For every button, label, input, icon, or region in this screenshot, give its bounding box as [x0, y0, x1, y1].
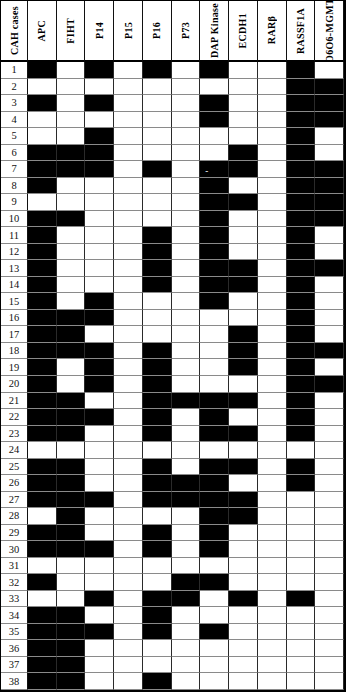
grid-cell-r34-rassf1a: [287, 607, 316, 624]
grid-cell-r15-rar: [258, 293, 287, 310]
row-label-18: 18: [1, 343, 28, 360]
grid-cell-r37-ecdh1: [229, 657, 258, 674]
row-label-7: 7: [1, 161, 28, 178]
grid-cell-r23-p14: [85, 426, 114, 443]
row-label-2: 2: [1, 79, 28, 96]
column-header-label: P14: [94, 22, 105, 39]
grid-cell-r2-p15: [114, 79, 143, 96]
grid-cell-r21-fiht: [57, 393, 86, 410]
row-label-9: 9: [1, 194, 28, 211]
grid-cell-r30-rar: [258, 541, 287, 558]
grid-cell-r28-rassf1a: [287, 508, 316, 525]
grid-cell-r38-p14: [85, 673, 114, 690]
grid-cell-r17-p16: [143, 326, 172, 343]
grid-cell-r32-ecdh1: [229, 574, 258, 591]
grid-cell-r37-dap-kinase: [200, 657, 229, 674]
grid-cell-r19-rar: [258, 359, 287, 376]
grid-cell-r4-o6o6-mgmt: [315, 112, 344, 129]
grid-cell-r6-apc: [28, 145, 57, 162]
grid-cell-r22-dap-kinase: [200, 409, 229, 426]
grid-cell-r28-rar: [258, 508, 287, 525]
grid-cell-r28-dap-kinase: [200, 508, 229, 525]
grid-cell-r28-p16: [143, 508, 172, 525]
row-label-24: 24: [1, 442, 28, 459]
grid-cell-r2-p73: [172, 79, 201, 96]
grid-cell-r36-fiht: [57, 640, 86, 657]
column-header-label: RASSF1A: [295, 8, 306, 54]
grid-cell-r18-p16: [143, 343, 172, 360]
column-header-dap-kinase: DAP Kinase: [200, 1, 229, 62]
grid-cell-r4-fiht: [57, 112, 86, 129]
grid-cell-r29-apc: [28, 525, 57, 542]
grid-cell-r14-fiht: [57, 277, 86, 294]
grid-cell-r10-rassf1a: [287, 211, 316, 228]
grid-cell-r38-p73: [172, 673, 201, 690]
grid-cell-r3-dap-kinase: [200, 95, 229, 112]
row-label-22: 22: [1, 409, 28, 426]
grid-cell-r29-rar: [258, 525, 287, 542]
grid-cell-r9-p15: [114, 194, 143, 211]
grid-cell-r24-rar: [258, 442, 287, 459]
grid-cell-r8-fiht: [57, 178, 86, 195]
row-label-14: 14: [1, 277, 28, 294]
column-header-label: P73: [180, 22, 191, 39]
grid-cell-r33-p15: [114, 591, 143, 608]
grid-cell-r25-dap-kinase: [200, 459, 229, 476]
grid-cell-r21-p16: [143, 393, 172, 410]
grid-cell-r20-rassf1a: [287, 376, 316, 393]
row-label-1: 1: [1, 62, 28, 79]
grid-cell-r10-rar: [258, 211, 287, 228]
grid-cell-r36-p15: [114, 640, 143, 657]
row-label-15: 15: [1, 293, 28, 310]
grid-cell-r25-fiht: [57, 459, 86, 476]
grid-cell-r10-p14: [85, 211, 114, 228]
grid-cell-r35-rar: [258, 624, 287, 641]
grid-cell-r37-fiht: [57, 657, 86, 674]
grid-cell-r3-rassf1a: [287, 95, 316, 112]
grid-cell-r20-dap-kinase: [200, 376, 229, 393]
grid-cell-r12-p16: [143, 244, 172, 261]
grid-cell-r29-rassf1a: [287, 525, 316, 542]
grid-cell-r6-o6o6-mgmt: [315, 145, 344, 162]
row-label-20: 20: [1, 376, 28, 393]
grid-cell-r24-p14: [85, 442, 114, 459]
grid-cell-r17-dap-kinase: [200, 326, 229, 343]
grid-cell-r12-o6o6-mgmt: [315, 244, 344, 261]
grid-cell-r1-apc: [28, 62, 57, 79]
grid-cell-r10-dap-kinase: [200, 211, 229, 228]
grid-cell-r5-p16: [143, 128, 172, 145]
grid-cell-r8-rassf1a: [287, 178, 316, 195]
grid-cell-r36-dap-kinase: [200, 640, 229, 657]
grid-cell-r10-fiht: [57, 211, 86, 228]
grid-cell-r15-p14: [85, 293, 114, 310]
grid-cell-r1-p15: [114, 62, 143, 79]
grid-cell-r16-p15: [114, 310, 143, 327]
grid-cell-r15-apc: [28, 293, 57, 310]
grid-cell-r4-p16: [143, 112, 172, 129]
grid-cell-r2-ecdh1: [229, 79, 258, 96]
grid-cell-r35-p14: [85, 624, 114, 641]
grid-cell-r9-p14: [85, 194, 114, 211]
grid-cell-r28-fiht: [57, 508, 86, 525]
grid-cell-r27-p15: [114, 492, 143, 509]
grid-cell-r22-p73: [172, 409, 201, 426]
grid-cell-r2-fiht: [57, 79, 86, 96]
grid-cell-r27-apc: [28, 492, 57, 509]
grid-cell-r32-rassf1a: [287, 574, 316, 591]
grid-cell-r36-p16: [143, 640, 172, 657]
grid-cell-r24-ecdh1: [229, 442, 258, 459]
grid-cell-r7-o6o6-mgmt: [315, 161, 344, 178]
column-header-fiht: FIHT: [57, 1, 86, 62]
methylation-table-figure: CAH casesAPCFIHTP14P15P16P73DAP KinaseEC…: [0, 0, 346, 692]
grid-cell-r13-fiht: [57, 260, 86, 277]
column-header-label: ECDH1: [237, 13, 248, 48]
grid-cell-r29-o6o6-mgmt: [315, 525, 344, 542]
grid-cell-r21-p73: [172, 393, 201, 410]
grid-cell-r19-apc: [28, 359, 57, 376]
row-label-31: 31: [1, 558, 28, 575]
grid-cell-r21-ecdh1: [229, 393, 258, 410]
grid-cell-r17-apc: [28, 326, 57, 343]
grid-cell-r17-rassf1a: [287, 326, 316, 343]
grid-cell-r14-rassf1a: [287, 277, 316, 294]
grid-cell-r23-apc: [28, 426, 57, 443]
grid-cell-r25-p14: [85, 459, 114, 476]
grid-cell-r12-rassf1a: [287, 244, 316, 261]
grid-cell-r28-p15: [114, 508, 143, 525]
grid-cell-r37-p15: [114, 657, 143, 674]
grid-cell-r14-ecdh1: [229, 277, 258, 294]
column-header-label: P16: [151, 22, 162, 39]
grid-cell-r16-p73: [172, 310, 201, 327]
grid-cell-r12-rar: [258, 244, 287, 261]
grid-cell-r11-p73: [172, 227, 201, 244]
grid-cell-r17-p15: [114, 326, 143, 343]
grid-cell-r33-p73: [172, 591, 201, 608]
grid-cell-r17-rar: [258, 326, 287, 343]
grid-cell-r14-dap-kinase: [200, 277, 229, 294]
grid-cell-r28-o6o6-mgmt: [315, 508, 344, 525]
grid-cell-r26-ecdh1: [229, 475, 258, 492]
grid-cell-r31-dap-kinase: [200, 558, 229, 575]
row-label-29: 29: [1, 525, 28, 542]
grid-cell-r31-ecdh1: [229, 558, 258, 575]
grid-cell-r5-ecdh1: [229, 128, 258, 145]
grid-cell-r7-rar: [258, 161, 287, 178]
grid-cell-r31-p15: [114, 558, 143, 575]
grid-cell-r26-p15: [114, 475, 143, 492]
grid-cell-r36-rar: [258, 640, 287, 657]
grid-cell-r2-p16: [143, 79, 172, 96]
grid-cell-r14-rar: [258, 277, 287, 294]
grid-cell-r30-apc: [28, 541, 57, 558]
column-header-p14: P14: [85, 1, 114, 62]
grid-cell-r8-p14: [85, 178, 114, 195]
grid-cell-r11-p14: [85, 227, 114, 244]
grid-cell-r4-dap-kinase: [200, 112, 229, 129]
grid-cell-r14-p16: [143, 277, 172, 294]
grid-cell-r23-rassf1a: [287, 426, 316, 443]
grid-cell-r8-o6o6-mgmt: [315, 178, 344, 195]
grid-cell-r20-ecdh1: [229, 376, 258, 393]
grid-cell-r13-p14: [85, 260, 114, 277]
grid-cell-r18-apc: [28, 343, 57, 360]
grid-cell-r11-p16: [143, 227, 172, 244]
grid-cell-r28-p14: [85, 508, 114, 525]
grid-cell-r32-p14: [85, 574, 114, 591]
grid-cell-r29-dap-kinase: [200, 525, 229, 542]
grid-cell-r5-rassf1a: [287, 128, 316, 145]
grid-cell-r9-rar: [258, 194, 287, 211]
grid-cell-r29-fiht: [57, 525, 86, 542]
grid-cell-r8-p73: [172, 178, 201, 195]
grid-cell-r3-o6o6-mgmt: [315, 95, 344, 112]
grid-cell-r4-rar: [258, 112, 287, 129]
grid-cell-r13-dap-kinase: [200, 260, 229, 277]
grid-cell-r17-o6o6-mgmt: [315, 326, 344, 343]
grid-cell-r11-rar: [258, 227, 287, 244]
grid-cell-r10-ecdh1: [229, 211, 258, 228]
grid-cell-r14-p14: [85, 277, 114, 294]
row-label-36: 36: [1, 640, 28, 657]
grid-cell-r32-p16: [143, 574, 172, 591]
grid-cell-r8-dap-kinase: [200, 178, 229, 195]
grid-cell-r19-ecdh1: [229, 359, 258, 376]
grid-cell-r28-ecdh1: [229, 508, 258, 525]
grid-cell-r32-p15: [114, 574, 143, 591]
grid-cell-r32-fiht: [57, 574, 86, 591]
grid-cell-r22-o6o6-mgmt: [315, 409, 344, 426]
grid-cell-r18-p73: [172, 343, 201, 360]
grid-cell-r23-rar: [258, 426, 287, 443]
grid-cell-r24-rassf1a: [287, 442, 316, 459]
grid-cell-r12-dap-kinase: [200, 244, 229, 261]
grid-cell-r4-rassf1a: [287, 112, 316, 129]
grid-cell-r26-p16: [143, 475, 172, 492]
grid-cell-r27-p16: [143, 492, 172, 509]
corner-header-cah-cases: CAH cases: [1, 1, 28, 62]
grid-cell-r15-dap-kinase: [200, 293, 229, 310]
grid-cell-r36-o6o6-mgmt: [315, 640, 344, 657]
grid-cell-r26-o6o6-mgmt: [315, 475, 344, 492]
grid-cell-r3-p15: [114, 95, 143, 112]
grid-cell-r17-p14: [85, 326, 114, 343]
grid-cell-r12-p14: [85, 244, 114, 261]
grid-cell-r23-o6o6-mgmt: [315, 426, 344, 443]
grid-cell-r9-p73: [172, 194, 201, 211]
grid-cell-r29-p73: [172, 525, 201, 542]
grid-cell-r12-apc: [28, 244, 57, 261]
grid-cell-r38-fiht: [57, 673, 86, 690]
grid-cell-r21-dap-kinase: [200, 393, 229, 410]
grid-cell-r37-apc: [28, 657, 57, 674]
grid-cell-r22-apc: [28, 409, 57, 426]
grid-cell-r18-o6o6-mgmt: [315, 343, 344, 360]
grid-cell-r21-p14: [85, 393, 114, 410]
grid-cell-r4-p73: [172, 112, 201, 129]
column-header-label: RARβ: [266, 16, 277, 44]
grid-cell-r6-ecdh1: [229, 145, 258, 162]
grid-cell-r28-p73: [172, 508, 201, 525]
row-label-10: 10: [1, 211, 28, 228]
grid-cell-r26-rar: [258, 475, 287, 492]
grid-cell-r27-dap-kinase: [200, 492, 229, 509]
grid-cell-r24-p73: [172, 442, 201, 459]
row-label-3: 3: [1, 95, 28, 112]
grid-cell-r23-fiht: [57, 426, 86, 443]
grid-cell-r9-o6o6-mgmt: [315, 194, 344, 211]
grid-cell-r2-o6o6-mgmt: [315, 79, 344, 96]
methylation-grid: CAH casesAPCFIHTP14P15P16P73DAP KinaseEC…: [0, 0, 346, 692]
grid-cell-r13-ecdh1: [229, 260, 258, 277]
grid-cell-r15-p16: [143, 293, 172, 310]
grid-cell-r7-p16: [143, 161, 172, 178]
grid-cell-r35-p73: [172, 624, 201, 641]
grid-cell-r1-p14: [85, 62, 114, 79]
row-label-4: 4: [1, 112, 28, 129]
row-label-8: 8: [1, 178, 28, 195]
grid-cell-r23-dap-kinase: [200, 426, 229, 443]
column-header-label: DAP Kinase: [209, 3, 220, 58]
grid-cell-r34-p73: [172, 607, 201, 624]
grid-cell-r10-p15: [114, 211, 143, 228]
grid-cell-r31-rassf1a: [287, 558, 316, 575]
grid-cell-r27-ecdh1: [229, 492, 258, 509]
grid-cell-r9-p16: [143, 194, 172, 211]
grid-cell-r13-o6o6-mgmt: [315, 260, 344, 277]
grid-cell-r38-p16: [143, 673, 172, 690]
grid-cell-r22-rar: [258, 409, 287, 426]
grid-cell-r12-fiht: [57, 244, 86, 261]
grid-cell-r7-ecdh1: [229, 161, 258, 178]
grid-cell-r13-p73: [172, 260, 201, 277]
grid-cell-r33-p14: [85, 591, 114, 608]
grid-cell-r3-p16: [143, 95, 172, 112]
grid-cell-r2-rar: [258, 79, 287, 96]
grid-cell-r37-p14: [85, 657, 114, 674]
grid-cell-r20-p15: [114, 376, 143, 393]
grid-cell-r2-dap-kinase: [200, 79, 229, 96]
grid-cell-r1-p16: [143, 62, 172, 79]
row-label-19: 19: [1, 359, 28, 376]
grid-cell-r38-rassf1a: [287, 673, 316, 690]
grid-cell-r22-fiht: [57, 409, 86, 426]
grid-cell-r21-apc: [28, 393, 57, 410]
grid-cell-r22-p15: [114, 409, 143, 426]
grid-cell-r24-p15: [114, 442, 143, 459]
grid-cell-r3-fiht: [57, 95, 86, 112]
grid-cell-r19-p73: [172, 359, 201, 376]
grid-cell-r12-p73: [172, 244, 201, 261]
grid-cell-r14-p73: [172, 277, 201, 294]
grid-cell-r24-fiht: [57, 442, 86, 459]
row-label-34: 34: [1, 607, 28, 624]
grid-cell-r25-ecdh1: [229, 459, 258, 476]
grid-cell-r2-apc: [28, 79, 57, 96]
grid-cell-r33-p16: [143, 591, 172, 608]
grid-cell-r24-o6o6-mgmt: [315, 442, 344, 459]
grid-cell-r36-apc: [28, 640, 57, 657]
grid-cell-r18-rar: [258, 343, 287, 360]
grid-cell-r19-p16: [143, 359, 172, 376]
grid-cell-r6-p16: [143, 145, 172, 162]
grid-cell-r21-p15: [114, 393, 143, 410]
grid-cell-r33-rar: [258, 591, 287, 608]
grid-cell-r33-fiht: [57, 591, 86, 608]
grid-cell-r30-p16: [143, 541, 172, 558]
grid-cell-r10-o6o6-mgmt: [315, 211, 344, 228]
grid-cell-r35-apc: [28, 624, 57, 641]
grid-cell-r4-p14: [85, 112, 114, 129]
grid-cell-r4-p15: [114, 112, 143, 129]
grid-cell-r23-p73: [172, 426, 201, 443]
grid-cell-r20-rar: [258, 376, 287, 393]
grid-cell-r27-o6o6-mgmt: [315, 492, 344, 509]
grid-cell-r34-o6o6-mgmt: [315, 607, 344, 624]
grid-cell-r5-fiht: [57, 128, 86, 145]
grid-cell-r11-dap-kinase: [200, 227, 229, 244]
grid-cell-r34-p16: [143, 607, 172, 624]
grid-cell-r13-rassf1a: [287, 260, 316, 277]
grid-cell-r10-p73: [172, 211, 201, 228]
grid-cell-r15-fiht: [57, 293, 86, 310]
grid-cell-r10-apc: [28, 211, 57, 228]
row-label-12: 12: [1, 244, 28, 261]
grid-cell-r25-p15: [114, 459, 143, 476]
grid-cell-r16-fiht: [57, 310, 86, 327]
grid-cell-r23-p15: [114, 426, 143, 443]
grid-cell-r33-o6o6-mgmt: [315, 591, 344, 608]
grid-cell-r38-apc: [28, 673, 57, 690]
grid-cell-r13-rar: [258, 260, 287, 277]
grid-cell-r27-rassf1a: [287, 492, 316, 509]
grid-cell-r18-ecdh1: [229, 343, 258, 360]
grid-cell-r36-p73: [172, 640, 201, 657]
grid-cell-r19-p14: [85, 359, 114, 376]
grid-cell-r25-p16: [143, 459, 172, 476]
column-header-label: FIHT: [65, 18, 76, 44]
row-label-37: 37: [1, 657, 28, 674]
grid-cell-r29-p14: [85, 525, 114, 542]
grid-cell-r1-rar: [258, 62, 287, 79]
grid-cell-r10-p16: [143, 211, 172, 228]
row-label-6: 6: [1, 145, 28, 162]
grid-cell-r4-apc: [28, 112, 57, 129]
grid-cell-r25-apc: [28, 459, 57, 476]
grid-cell-r17-ecdh1: [229, 326, 258, 343]
grid-cell-r8-p15: [114, 178, 143, 195]
grid-cell-r5-p14: [85, 128, 114, 145]
row-label-5: 5: [1, 128, 28, 145]
grid-cell-r38-ecdh1: [229, 673, 258, 690]
grid-cell-r38-o6o6-mgmt: [315, 673, 344, 690]
grid-cell-r30-rassf1a: [287, 541, 316, 558]
row-label-16: 16: [1, 310, 28, 327]
grid-cell-r32-dap-kinase: [200, 574, 229, 591]
grid-cell-r14-apc: [28, 277, 57, 294]
grid-cell-r11-fiht: [57, 227, 86, 244]
grid-cell-r15-rassf1a: [287, 293, 316, 310]
grid-cell-r31-p14: [85, 558, 114, 575]
grid-cell-r9-fiht: [57, 194, 86, 211]
grid-cell-r20-fiht: [57, 376, 86, 393]
grid-cell-r26-p73: [172, 475, 201, 492]
grid-cell-r3-p73: [172, 95, 201, 112]
grid-cell-r5-rar: [258, 128, 287, 145]
